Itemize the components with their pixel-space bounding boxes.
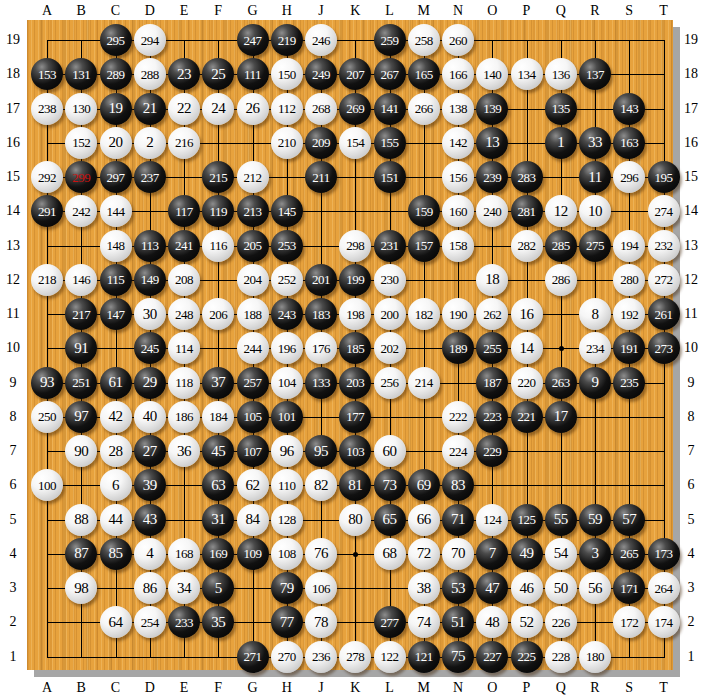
col-label-top-H: H <box>282 3 292 19</box>
move-number: 292 <box>38 171 56 184</box>
move-number: 227 <box>483 650 501 663</box>
stone-D18: 288 <box>134 58 166 90</box>
row-label-left-16: 16 <box>6 135 20 151</box>
move-number: 281 <box>518 205 536 218</box>
stone-P1: 225 <box>511 641 543 673</box>
col-label-bottom-M: M <box>418 680 430 696</box>
stone-F7: 45 <box>202 435 234 467</box>
move-number: 114 <box>175 342 193 355</box>
stone-L2: 277 <box>374 606 406 638</box>
stone-L9: 256 <box>374 367 406 399</box>
stone-H2: 77 <box>271 606 303 638</box>
row-label-left-7: 7 <box>10 443 17 459</box>
stone-C6: 6 <box>100 469 132 501</box>
row-label-left-2: 2 <box>10 614 17 630</box>
move-number: 257 <box>244 376 262 389</box>
move-number: 196 <box>278 342 296 355</box>
row-label-right-4: 4 <box>688 546 695 562</box>
stone-F18: 25 <box>202 58 234 90</box>
stone-E9: 118 <box>168 367 200 399</box>
stone-F4: 169 <box>202 538 234 570</box>
stone-K16: 154 <box>339 127 371 159</box>
row-label-left-19: 19 <box>6 32 20 48</box>
move-number: 14 <box>520 341 534 356</box>
stone-C18: 289 <box>100 58 132 90</box>
row-label-left-5: 5 <box>10 512 17 528</box>
move-number: 239 <box>483 171 501 184</box>
stone-N11: 190 <box>442 298 474 330</box>
move-number: 128 <box>278 513 296 526</box>
move-number: 81 <box>348 478 362 493</box>
stone-C12: 115 <box>100 264 132 296</box>
stone-Q8: 17 <box>545 401 577 433</box>
col-label-bottom-B: B <box>77 680 86 696</box>
stone-E7: 36 <box>168 435 200 467</box>
stone-D15: 237 <box>134 161 166 193</box>
move-number: 266 <box>415 102 433 115</box>
move-number: 22 <box>177 101 191 116</box>
stone-F15: 215 <box>202 161 234 193</box>
stone-A15: 292 <box>31 161 63 193</box>
stone-O9: 187 <box>476 367 508 399</box>
move-number: 17 <box>554 409 568 424</box>
row-label-left-17: 17 <box>6 101 20 117</box>
col-label-top-O: O <box>487 3 497 19</box>
stone-G1: 271 <box>237 641 269 673</box>
col-label-bottom-G: G <box>247 680 257 696</box>
move-number: 298 <box>346 239 364 252</box>
stone-C14: 144 <box>100 195 132 227</box>
move-number: 116 <box>209 239 227 252</box>
move-number: 9 <box>592 375 599 390</box>
move-number: 143 <box>620 102 638 115</box>
stone-N1: 75 <box>442 641 474 673</box>
move-number: 16 <box>520 307 534 322</box>
row-label-right-7: 7 <box>688 443 695 459</box>
stone-K5: 80 <box>339 504 371 536</box>
move-number: 232 <box>655 239 673 252</box>
stone-L11: 200 <box>374 298 406 330</box>
col-label-bottom-P: P <box>523 680 531 696</box>
move-number: 117 <box>175 205 193 218</box>
stone-D11: 30 <box>134 298 166 330</box>
stone-C4: 85 <box>100 538 132 570</box>
stone-S5: 57 <box>613 504 645 536</box>
row-label-right-10: 10 <box>684 340 698 356</box>
stone-G12: 204 <box>237 264 269 296</box>
stone-J9: 133 <box>305 367 337 399</box>
stone-Q16: 1 <box>545 127 577 159</box>
move-number: 142 <box>449 136 467 149</box>
move-number: 163 <box>620 136 638 149</box>
stone-B4: 87 <box>65 538 97 570</box>
stone-K9: 203 <box>339 367 371 399</box>
move-number: 11 <box>588 170 601 185</box>
stone-H10: 196 <box>271 332 303 364</box>
move-number: 76 <box>314 546 328 561</box>
stone-M17: 266 <box>408 93 440 125</box>
move-number: 148 <box>107 239 125 252</box>
move-number: 88 <box>74 512 88 527</box>
move-number: 113 <box>141 239 159 252</box>
move-number: 202 <box>381 342 399 355</box>
stone-P2: 52 <box>511 606 543 638</box>
move-number: 146 <box>72 273 90 286</box>
stone-N14: 160 <box>442 195 474 227</box>
move-number: 107 <box>244 445 262 458</box>
move-number: 6 <box>112 478 119 493</box>
stone-S3: 171 <box>613 572 645 604</box>
stone-C7: 28 <box>100 435 132 467</box>
move-number: 26 <box>246 101 260 116</box>
col-label-top-S: S <box>625 3 633 19</box>
stone-M1: 121 <box>408 641 440 673</box>
stone-J15: 211 <box>305 161 337 193</box>
move-number: 289 <box>107 68 125 81</box>
move-number: 122 <box>381 650 399 663</box>
stone-G9: 257 <box>237 367 269 399</box>
stone-O14: 240 <box>476 195 508 227</box>
move-number: 242 <box>72 205 90 218</box>
stone-N6: 83 <box>442 469 474 501</box>
move-number: 40 <box>143 409 157 424</box>
move-number: 69 <box>417 478 431 493</box>
stone-P18: 134 <box>511 58 543 90</box>
move-number: 98 <box>74 581 88 596</box>
stone-H13: 253 <box>271 230 303 262</box>
stone-B9: 251 <box>65 367 97 399</box>
move-number: 216 <box>175 136 193 149</box>
stone-G7: 107 <box>237 435 269 467</box>
stone-L17: 141 <box>374 93 406 125</box>
col-label-bottom-K: K <box>350 680 360 696</box>
stone-R10: 234 <box>579 332 611 364</box>
move-number: 231 <box>381 239 399 252</box>
move-number: 2 <box>146 135 153 150</box>
stone-M3: 38 <box>408 572 440 604</box>
move-number: 277 <box>381 616 399 629</box>
move-number: 173 <box>655 547 673 560</box>
move-number: 182 <box>415 308 433 321</box>
star-point-K4 <box>353 552 358 557</box>
move-number: 172 <box>620 616 638 629</box>
move-number: 103 <box>346 445 364 458</box>
move-number: 109 <box>244 547 262 560</box>
move-number: 165 <box>415 68 433 81</box>
move-number: 100 <box>38 479 56 492</box>
stone-S17: 143 <box>613 93 645 125</box>
stone-K8: 177 <box>339 401 371 433</box>
move-number: 86 <box>143 581 157 596</box>
stone-O18: 140 <box>476 58 508 90</box>
stone-F5: 31 <box>202 504 234 536</box>
move-number: 208 <box>175 273 193 286</box>
stone-N8: 222 <box>442 401 474 433</box>
stone-R14: 10 <box>579 195 611 227</box>
stone-G11: 188 <box>237 298 269 330</box>
stone-D13: 113 <box>134 230 166 262</box>
stone-O2: 48 <box>476 606 508 638</box>
stone-R13: 275 <box>579 230 611 262</box>
stone-P10: 14 <box>511 332 543 364</box>
stone-B16: 152 <box>65 127 97 159</box>
stone-H14: 145 <box>271 195 303 227</box>
move-number: 84 <box>246 512 260 527</box>
move-number: 8 <box>592 307 599 322</box>
move-number: 261 <box>655 308 673 321</box>
stone-H16: 210 <box>271 127 303 159</box>
move-number: 238 <box>38 102 56 115</box>
move-number: 149 <box>141 273 159 286</box>
move-number: 3 <box>592 546 599 561</box>
move-number: 265 <box>620 547 638 560</box>
stone-J10: 176 <box>305 332 337 364</box>
move-number: 218 <box>38 273 56 286</box>
stone-P13: 282 <box>511 230 543 262</box>
col-label-bottom-L: L <box>385 680 394 696</box>
move-number: 71 <box>451 512 465 527</box>
stone-P3: 46 <box>511 572 543 604</box>
stone-L13: 231 <box>374 230 406 262</box>
stone-K1: 278 <box>339 641 371 673</box>
stone-E10: 114 <box>168 332 200 364</box>
move-number: 274 <box>655 205 673 218</box>
move-number: 57 <box>622 512 636 527</box>
stone-B11: 217 <box>65 298 97 330</box>
move-number: 4 <box>146 546 153 561</box>
stone-N10: 189 <box>442 332 474 364</box>
row-label-right-9: 9 <box>688 375 695 391</box>
move-number: 299 <box>72 171 90 184</box>
move-number: 75 <box>451 649 465 664</box>
stone-L4: 68 <box>374 538 406 570</box>
stone-C5: 44 <box>100 504 132 536</box>
stone-F3: 5 <box>202 572 234 604</box>
move-number: 112 <box>278 102 296 115</box>
stone-L12: 230 <box>374 264 406 296</box>
row-label-left-18: 18 <box>6 66 20 82</box>
col-label-top-C: C <box>111 3 120 19</box>
stone-D10: 245 <box>134 332 166 364</box>
stone-Q14: 12 <box>545 195 577 227</box>
stone-M5: 66 <box>408 504 440 536</box>
stone-H12: 252 <box>271 264 303 296</box>
stone-D16: 2 <box>134 127 166 159</box>
col-label-bottom-F: F <box>214 680 222 696</box>
stone-T2: 174 <box>648 606 680 638</box>
stone-H4: 108 <box>271 538 303 570</box>
move-number: 34 <box>177 581 191 596</box>
stone-N3: 53 <box>442 572 474 604</box>
stone-J16: 209 <box>305 127 337 159</box>
row-label-right-19: 19 <box>684 32 698 48</box>
move-number: 95 <box>314 444 328 459</box>
move-number: 224 <box>449 445 467 458</box>
move-number: 286 <box>552 273 570 286</box>
stone-E8: 186 <box>168 401 200 433</box>
stone-P8: 221 <box>511 401 543 433</box>
stone-L1: 122 <box>374 641 406 673</box>
move-number: 221 <box>518 410 536 423</box>
row-label-right-16: 16 <box>684 135 698 151</box>
stone-Q18: 136 <box>545 58 577 90</box>
stone-K6: 81 <box>339 469 371 501</box>
move-number: 226 <box>552 616 570 629</box>
move-number: 115 <box>107 273 125 286</box>
move-number: 180 <box>586 650 604 663</box>
move-number: 228 <box>552 650 570 663</box>
stone-D7: 27 <box>134 435 166 467</box>
col-label-bottom-O: O <box>487 680 497 696</box>
stone-N13: 158 <box>442 230 474 262</box>
stone-E14: 117 <box>168 195 200 227</box>
stone-H6: 110 <box>271 469 303 501</box>
stone-B15: 299 <box>65 161 97 193</box>
move-number: 83 <box>451 478 465 493</box>
col-label-top-B: B <box>77 3 86 19</box>
move-number: 5 <box>215 581 222 596</box>
move-number: 191 <box>620 342 638 355</box>
stone-H19: 219 <box>271 24 303 56</box>
stone-B10: 91 <box>65 332 97 364</box>
move-number: 256 <box>381 376 399 389</box>
move-number: 252 <box>278 273 296 286</box>
row-label-right-13: 13 <box>684 238 698 254</box>
move-number: 25 <box>211 67 225 82</box>
move-number: 297 <box>107 171 125 184</box>
stone-M2: 74 <box>408 606 440 638</box>
stone-J1: 236 <box>305 641 337 673</box>
stone-O8: 223 <box>476 401 508 433</box>
move-number: 125 <box>518 513 536 526</box>
stone-E4: 168 <box>168 538 200 570</box>
move-number: 37 <box>211 375 225 390</box>
row-label-right-12: 12 <box>684 272 698 288</box>
move-number: 195 <box>655 171 673 184</box>
stone-T12: 272 <box>648 264 680 296</box>
move-number: 82 <box>314 478 328 493</box>
stone-J2: 78 <box>305 606 337 638</box>
stone-C16: 20 <box>100 127 132 159</box>
move-number: 177 <box>346 410 364 423</box>
move-number: 39 <box>143 478 157 493</box>
stone-M14: 159 <box>408 195 440 227</box>
move-number: 130 <box>72 102 90 115</box>
col-label-top-J: J <box>318 3 323 19</box>
move-number: 260 <box>449 34 467 47</box>
stone-Q17: 135 <box>545 93 577 125</box>
stone-S13: 194 <box>613 230 645 262</box>
col-label-bottom-D: D <box>145 680 155 696</box>
move-number: 68 <box>383 546 397 561</box>
move-number: 48 <box>485 615 499 630</box>
stone-F11: 206 <box>202 298 234 330</box>
move-number: 160 <box>449 205 467 218</box>
stone-E11: 248 <box>168 298 200 330</box>
stone-J12: 201 <box>305 264 337 296</box>
move-number: 168 <box>175 547 193 560</box>
move-number: 27 <box>143 444 157 459</box>
stone-L19: 259 <box>374 24 406 56</box>
col-label-bottom-T: T <box>659 680 668 696</box>
row-label-left-9: 9 <box>10 375 17 391</box>
move-number: 152 <box>72 136 90 149</box>
move-number: 296 <box>620 171 638 184</box>
row-label-left-1: 1 <box>10 649 17 665</box>
move-number: 249 <box>312 68 330 81</box>
move-number: 234 <box>586 342 604 355</box>
stone-D9: 29 <box>134 367 166 399</box>
stone-J4: 76 <box>305 538 337 570</box>
stone-T14: 274 <box>648 195 680 227</box>
stone-S2: 172 <box>613 606 645 638</box>
move-number: 23 <box>177 67 191 82</box>
stone-R15: 11 <box>579 161 611 193</box>
row-label-right-5: 5 <box>688 512 695 528</box>
stone-C8: 42 <box>100 401 132 433</box>
stone-E13: 241 <box>168 230 200 262</box>
row-label-left-4: 4 <box>10 546 17 562</box>
stone-E17: 22 <box>168 93 200 125</box>
move-number: 283 <box>518 171 536 184</box>
move-number: 204 <box>244 273 262 286</box>
move-number: 45 <box>211 444 225 459</box>
stone-H7: 96 <box>271 435 303 467</box>
col-label-bottom-S: S <box>625 680 633 696</box>
stone-S10: 191 <box>613 332 645 364</box>
move-number: 28 <box>109 444 123 459</box>
move-number: 194 <box>620 239 638 252</box>
stone-L16: 155 <box>374 127 406 159</box>
stone-L6: 73 <box>374 469 406 501</box>
stone-D17: 21 <box>134 93 166 125</box>
move-number: 280 <box>620 273 638 286</box>
stone-O12: 18 <box>476 264 508 296</box>
stone-O5: 124 <box>476 504 508 536</box>
move-number: 141 <box>381 102 399 115</box>
stone-R3: 56 <box>579 572 611 604</box>
col-label-bottom-H: H <box>282 680 292 696</box>
move-number: 158 <box>449 239 467 252</box>
stone-B7: 90 <box>65 435 97 467</box>
move-number: 144 <box>107 205 125 218</box>
stone-A18: 153 <box>31 58 63 90</box>
move-number: 245 <box>141 342 159 355</box>
move-number: 156 <box>449 171 467 184</box>
move-number: 87 <box>74 546 88 561</box>
move-number: 248 <box>175 308 193 321</box>
col-label-top-D: D <box>145 3 155 19</box>
col-label-top-F: F <box>214 3 222 19</box>
stone-J17: 268 <box>305 93 337 125</box>
move-number: 240 <box>483 205 501 218</box>
go-diagram-page: 2952942472192462592582601531312892882325… <box>0 0 712 699</box>
stone-F17: 24 <box>202 93 234 125</box>
stone-Q9: 263 <box>545 367 577 399</box>
stone-M13: 157 <box>408 230 440 262</box>
col-label-top-P: P <box>523 3 531 19</box>
move-number: 1 <box>557 135 564 150</box>
stone-O16: 13 <box>476 127 508 159</box>
stone-G10: 244 <box>237 332 269 364</box>
move-number: 219 <box>278 34 296 47</box>
move-number: 145 <box>278 205 296 218</box>
stone-E12: 208 <box>168 264 200 296</box>
move-number: 236 <box>312 650 330 663</box>
row-label-right-15: 15 <box>684 169 698 185</box>
move-number: 169 <box>209 547 227 560</box>
move-number: 38 <box>417 581 431 596</box>
